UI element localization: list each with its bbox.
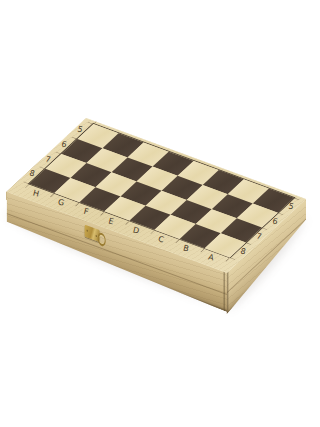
product-photo-stage: HGFEDCBA55667788	[0, 0, 320, 427]
corner-joint-line	[227, 271, 229, 314]
clasp-pin	[87, 229, 88, 231]
corner-joint-line	[223, 271, 225, 312]
clasp-pin	[96, 235, 97, 237]
